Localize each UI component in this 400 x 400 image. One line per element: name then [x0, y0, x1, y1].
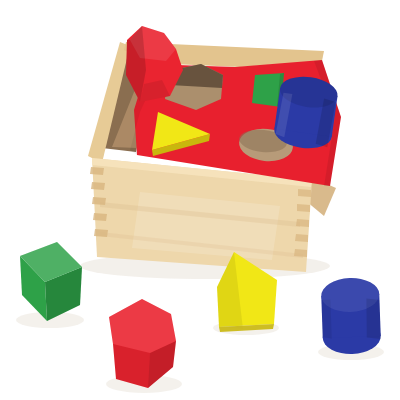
- shape-sorter-scene: [0, 0, 400, 400]
- finger-joint: [91, 182, 105, 190]
- cylinder-left-shade: [321, 300, 331, 339]
- finger-joint: [295, 234, 308, 242]
- toy-product-photo: [0, 0, 400, 400]
- finger-joint: [92, 197, 106, 205]
- finger-joint: [94, 229, 108, 237]
- finger-joint: [298, 189, 311, 197]
- finger-joint: [297, 204, 310, 212]
- red-hexagonal-prism: [109, 299, 176, 388]
- blue-cylinder-on-lid: [272, 73, 339, 151]
- red-prism-top-face: [109, 299, 176, 353]
- finger-joint: [93, 213, 107, 221]
- finger-joint: [294, 249, 307, 257]
- finger-joint: [90, 167, 104, 175]
- cylinder-right-shade: [365, 298, 380, 339]
- finger-joint: [296, 219, 309, 227]
- blue-cylinder-floor: [321, 277, 382, 355]
- green-cube: [20, 242, 82, 321]
